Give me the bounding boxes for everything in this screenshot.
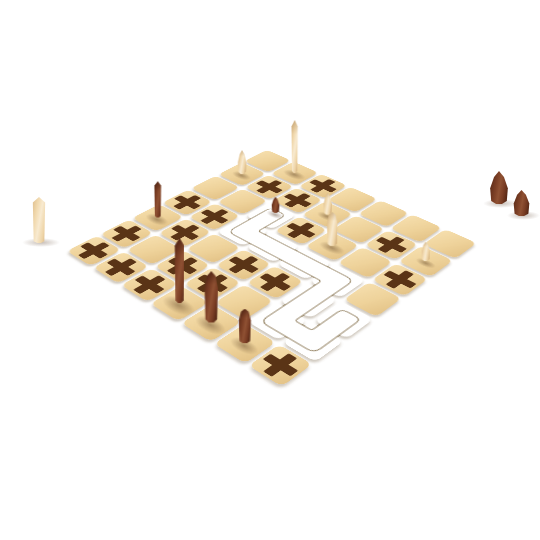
road-segment-corner-top-right xyxy=(217,217,269,246)
offboard-piece-light-obelisk-left xyxy=(25,197,53,243)
piece-light-cone xyxy=(420,242,432,261)
piece-light-bullet xyxy=(324,212,340,246)
tile-r3c6-plain xyxy=(344,282,402,317)
piece-light-obelisk xyxy=(288,120,302,173)
tile-r0c6-plain xyxy=(424,229,477,259)
photo-stage xyxy=(0,0,540,540)
tile-r3c2-road xyxy=(217,217,269,246)
piece-dark-obelisk xyxy=(169,238,191,303)
piece-dark-obelisk xyxy=(150,181,165,217)
game-board xyxy=(67,150,477,387)
